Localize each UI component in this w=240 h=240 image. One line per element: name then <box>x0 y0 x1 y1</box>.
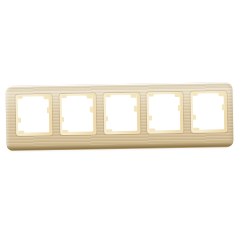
notch-tab-bottom-left <box>62 129 68 132</box>
window-opening <box>149 93 181 130</box>
product-photo <box>0 0 240 240</box>
wall-frame-plate <box>5 82 233 151</box>
notch-tab-right <box>134 105 137 111</box>
notch-tab-left <box>149 115 152 120</box>
notch-tab-right <box>90 106 93 112</box>
notch-tab-right <box>221 104 224 110</box>
notch-tab-left <box>62 117 65 122</box>
window-liner-5 <box>191 91 228 133</box>
notch-tab-top-right <box>174 93 180 97</box>
window-opening <box>105 94 137 131</box>
notch-tab-bottom-left <box>193 127 199 130</box>
window-liner-2 <box>59 93 96 135</box>
window-opening <box>193 93 225 130</box>
notch-tab-top-left <box>149 93 154 96</box>
window-liner-1 <box>16 94 53 136</box>
notch-tab-bottom-left <box>18 130 24 133</box>
window-liner-3 <box>103 93 140 135</box>
window-opening <box>18 96 50 133</box>
notch-tab-left <box>193 115 196 120</box>
notch-tab-top-left <box>18 96 23 99</box>
notch-tab-top-right <box>43 95 49 99</box>
notch-tab-top-right <box>131 94 137 98</box>
notch-tab-left <box>105 116 108 121</box>
notch-tab-top-left <box>61 95 66 98</box>
notch-tab-top-left <box>193 93 198 96</box>
window-row <box>5 82 233 151</box>
notch-tab-bottom-left <box>106 129 112 132</box>
notch-tab-right <box>46 107 49 113</box>
notch-tab-top-left <box>105 94 110 97</box>
notch-tab-left <box>18 118 21 123</box>
window-opening <box>61 95 93 132</box>
notch-tab-bottom-left <box>149 128 155 131</box>
window-liner-4 <box>147 92 184 134</box>
notch-tab-right <box>178 104 181 110</box>
notch-tab-top-right <box>218 92 224 96</box>
notch-tab-top-right <box>87 94 93 98</box>
